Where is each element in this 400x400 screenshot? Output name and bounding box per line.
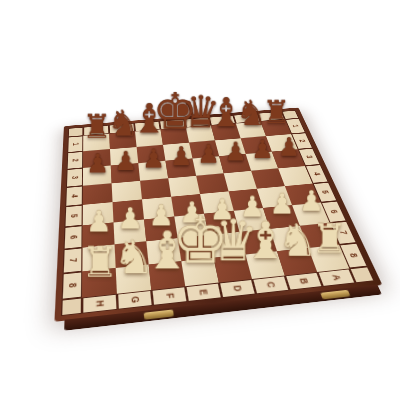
square-h8[interactable]: ♜ (82, 268, 117, 297)
square-g3[interactable]: ♟ (111, 163, 140, 183)
rank-label-left-5: 5 (64, 205, 82, 227)
square-g8[interactable]: ♞ (116, 265, 152, 294)
piece-brown-pawn-a3[interactable]: ♟ (277, 134, 300, 159)
file-label-text: B (298, 278, 310, 285)
file-label-text: A (330, 274, 342, 281)
piece-brown-pawn-f3[interactable]: ♟ (142, 146, 165, 172)
square-d3[interactable]: ♟ (192, 156, 223, 175)
rank-label-text: 7 (68, 258, 78, 263)
chess-board: 1♜♞♝♚♛♝♞♜1223♟♟♟♟♟♟♟♟344556♟♟♟♟♟♟♟♟6778♜… (54, 108, 382, 322)
rank-label-text: 5 (69, 214, 79, 218)
rank-label-text: 1 (71, 142, 79, 145)
file-label-D: D (219, 279, 256, 298)
rank-label-left-7: 7 (63, 248, 83, 274)
file-label-text: C (265, 281, 277, 288)
rank-label-text: 1 (291, 124, 300, 127)
rank-label-text: 8 (67, 282, 78, 288)
rank-label-text: 8 (347, 253, 359, 258)
piece-brown-pawn-g3[interactable]: ♟ (114, 148, 137, 174)
file-label-text: D (231, 285, 243, 292)
piece-cream-pawn-g6[interactable]: ♟ (117, 204, 143, 233)
rank-label-left-2: 2 (67, 151, 84, 169)
piece-brown-pawn-e3[interactable]: ♟ (169, 143, 192, 169)
file-label-text: F (164, 293, 175, 299)
rank-label-left-3: 3 (66, 168, 83, 187)
piece-brown-pawn-h3[interactable]: ♟ (85, 150, 108, 176)
piece-cream-pawn-a6[interactable]: ♟ (298, 187, 323, 215)
file-label-text: G (129, 296, 140, 304)
rank-label-text: 6 (68, 235, 78, 240)
rank-label-left-6: 6 (64, 225, 83, 249)
file-label-text: E (198, 289, 210, 296)
rank-label-left-4: 4 (65, 186, 83, 207)
rank-label-left-1: 1 (67, 136, 83, 153)
scene: 1♜♞♝♚♛♝♞♜1223♟♟♟♟♟♟♟♟344556♟♟♟♟♟♟♟♟6778♜… (0, 0, 400, 400)
rank-label-text: 4 (70, 194, 79, 198)
rank-label-text: 6 (328, 209, 339, 213)
piece-cream-rook-h8[interactable]: ♜ (80, 242, 118, 284)
piece-cream-pawn-h6[interactable]: ♟ (85, 207, 111, 236)
square-f4[interactable] (140, 178, 171, 199)
frame-corner-cell (61, 297, 82, 316)
rank-label-text: 4 (312, 172, 322, 176)
piece-brown-pawn-c3[interactable]: ♟ (224, 139, 247, 164)
piece-brown-rook-h1[interactable]: ♜ (82, 111, 111, 144)
rank-label-text: 2 (71, 158, 80, 162)
rank-label-text: 2 (297, 139, 306, 142)
piece-brown-pawn-b3[interactable]: ♟ (251, 136, 274, 161)
rank-label-text: 3 (304, 155, 313, 159)
board-grid: 1♜♞♝♚♛♝♞♜1223♟♟♟♟♟♟♟♟344556♟♟♟♟♟♟♟♟6778♜… (61, 110, 375, 316)
file-label-text: H (94, 300, 105, 307)
piece-brown-pawn-d3[interactable]: ♟ (197, 141, 220, 167)
square-e3[interactable]: ♟ (165, 159, 196, 179)
rank-label-left-8: 8 (62, 272, 83, 300)
rank-label-text: 3 (70, 176, 79, 180)
file-label-H: H (82, 294, 118, 314)
